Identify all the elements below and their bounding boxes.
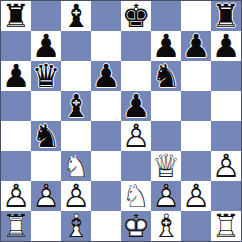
square-e7[interactable] xyxy=(121,31,151,61)
white-rook-outline-icon: ♖ xyxy=(1,211,31,241)
white-king-outline-icon: ♔ xyxy=(121,211,151,241)
white-bishop-outline-icon: ♗ xyxy=(61,211,91,241)
black-king-icon: ♚ xyxy=(121,1,151,31)
square-e4[interactable]: ♟♙ xyxy=(121,121,151,151)
square-b6[interactable]: ♛ xyxy=(31,61,61,91)
square-a8[interactable]: ♜ xyxy=(1,1,31,31)
square-d5[interactable] xyxy=(91,91,121,121)
black-bishop-c5[interactable]: ♝ xyxy=(61,91,91,121)
black-pawn-icon: ♟ xyxy=(1,61,31,91)
square-e8[interactable]: ♚ xyxy=(121,1,151,31)
square-c5[interactable]: ♝ xyxy=(61,91,91,121)
black-knight-f6[interactable]: ♞ xyxy=(151,61,181,91)
black-queen-icon: ♛ xyxy=(31,61,61,91)
white-bishop-f1[interactable]: ♝♗ xyxy=(151,211,181,241)
square-g1[interactable] xyxy=(181,211,211,241)
black-pawn-h7[interactable]: ♟ xyxy=(211,31,241,61)
black-pawn-icon: ♟ xyxy=(181,31,211,61)
square-h7[interactable]: ♟ xyxy=(211,31,241,61)
white-rook-outline-icon: ♖ xyxy=(211,211,241,241)
black-pawn-icon: ♟ xyxy=(91,61,121,91)
black-king-e8[interactable]: ♚ xyxy=(121,1,151,31)
white-king-e1[interactable]: ♚♔ xyxy=(121,211,151,241)
square-g6[interactable] xyxy=(181,61,211,91)
square-f1[interactable]: ♝♗ xyxy=(151,211,181,241)
black-rook-a8[interactable]: ♜ xyxy=(1,1,31,31)
square-g7[interactable]: ♟ xyxy=(181,31,211,61)
black-knight-b4[interactable]: ♞ xyxy=(31,121,61,151)
square-d6[interactable]: ♟ xyxy=(91,61,121,91)
square-b4[interactable]: ♞ xyxy=(31,121,61,151)
chess-board: ♜♝♚♜♟♟♟♟♟♛♟♞♝♟♞♟♙♞♘♛♕♟♙♟♙♟♙♟♙♞♘♟♙♟♙♜♖♝♗♚… xyxy=(0,0,242,242)
square-a5[interactable] xyxy=(1,91,31,121)
square-e1[interactable]: ♚♔ xyxy=(121,211,151,241)
square-h5[interactable] xyxy=(211,91,241,121)
white-pawn-g2[interactable]: ♟♙ xyxy=(181,181,211,211)
black-bishop-c8[interactable]: ♝ xyxy=(61,1,91,31)
square-c7[interactable] xyxy=(61,31,91,61)
white-bishop-outline-icon: ♗ xyxy=(151,211,181,241)
square-d8[interactable] xyxy=(91,1,121,31)
square-g4[interactable] xyxy=(181,121,211,151)
white-pawn-outline-icon: ♙ xyxy=(121,121,151,151)
black-queen-b6[interactable]: ♛ xyxy=(31,61,61,91)
square-d2[interactable] xyxy=(91,181,121,211)
square-g2[interactable]: ♟♙ xyxy=(181,181,211,211)
white-pawn-h3[interactable]: ♟♙ xyxy=(211,151,241,181)
white-pawn-e4[interactable]: ♟♙ xyxy=(121,121,151,151)
square-d3[interactable] xyxy=(91,151,121,181)
square-c8[interactable]: ♝ xyxy=(61,1,91,31)
white-pawn-outline-icon: ♙ xyxy=(211,151,241,181)
black-pawn-g7[interactable]: ♟ xyxy=(181,31,211,61)
square-f6[interactable]: ♞ xyxy=(151,61,181,91)
black-knight-icon: ♞ xyxy=(151,61,181,91)
white-pawn-b2[interactable]: ♟♙ xyxy=(31,181,61,211)
square-a4[interactable] xyxy=(1,121,31,151)
black-bishop-icon: ♝ xyxy=(61,91,91,121)
square-b2[interactable]: ♟♙ xyxy=(31,181,61,211)
black-pawn-icon: ♟ xyxy=(211,31,241,61)
square-h1[interactable]: ♜♖ xyxy=(211,211,241,241)
square-g5[interactable] xyxy=(181,91,211,121)
square-b1[interactable] xyxy=(31,211,61,241)
white-pawn-outline-icon: ♙ xyxy=(181,181,211,211)
square-a1[interactable]: ♜♖ xyxy=(1,211,31,241)
square-h3[interactable]: ♟♙ xyxy=(211,151,241,181)
black-pawn-a6[interactable]: ♟ xyxy=(1,61,31,91)
black-knight-icon: ♞ xyxy=(31,121,61,151)
black-bishop-icon: ♝ xyxy=(61,1,91,31)
square-d4[interactable] xyxy=(91,121,121,151)
square-c1[interactable]: ♝♗ xyxy=(61,211,91,241)
square-h6[interactable] xyxy=(211,61,241,91)
square-d1[interactable] xyxy=(91,211,121,241)
black-rook-icon: ♜ xyxy=(1,1,31,31)
white-pawn-outline-icon: ♙ xyxy=(31,181,61,211)
square-a6[interactable]: ♟ xyxy=(1,61,31,91)
white-rook-h1[interactable]: ♜♖ xyxy=(211,211,241,241)
square-f5[interactable] xyxy=(151,91,181,121)
black-pawn-d6[interactable]: ♟ xyxy=(91,61,121,91)
white-rook-a1[interactable]: ♜♖ xyxy=(1,211,31,241)
white-bishop-c1[interactable]: ♝♗ xyxy=(61,211,91,241)
